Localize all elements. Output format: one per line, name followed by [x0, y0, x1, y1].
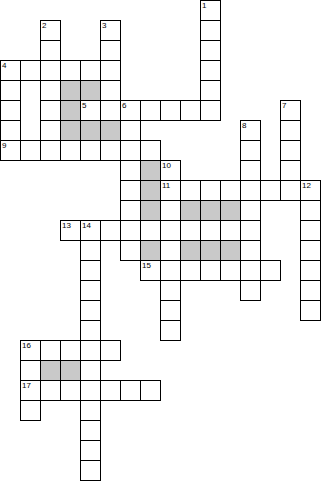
crossword-cell[interactable] [60, 340, 81, 361]
crossword-cell[interactable] [200, 100, 221, 121]
crossword-cell[interactable] [80, 440, 101, 461]
crossword-cell[interactable] [300, 280, 321, 301]
crossword-cell[interactable] [40, 40, 61, 61]
crossword-cell[interactable] [60, 80, 81, 101]
crossword-cell[interactable] [80, 420, 101, 441]
crossword-cell[interactable] [300, 200, 321, 221]
crossword-cell[interactable] [140, 100, 161, 121]
crossword-cell[interactable] [180, 240, 201, 261]
crossword-cell[interactable] [180, 260, 201, 281]
crossword-cell[interactable] [80, 100, 101, 121]
crossword-cell[interactable] [200, 0, 221, 21]
crossword-cell[interactable] [80, 380, 101, 401]
crossword-cell[interactable] [160, 220, 181, 241]
crossword-cell[interactable] [260, 180, 281, 201]
crossword-cell[interactable] [80, 140, 101, 161]
crossword-cell[interactable] [180, 200, 201, 221]
crossword-cell[interactable] [40, 140, 61, 161]
crossword-cell[interactable] [80, 360, 101, 381]
crossword-cell[interactable] [300, 260, 321, 281]
crossword-cell[interactable] [80, 320, 101, 341]
crossword-cell[interactable] [160, 240, 181, 261]
crossword-cell[interactable] [220, 200, 241, 221]
crossword-cell[interactable] [100, 80, 121, 101]
crossword-cell[interactable] [240, 180, 261, 201]
crossword-cell[interactable] [240, 280, 261, 301]
crossword-cell[interactable] [100, 60, 121, 81]
crossword-cell[interactable] [200, 260, 221, 281]
crossword-cell[interactable] [80, 340, 101, 361]
crossword-cell[interactable] [180, 100, 201, 121]
crossword-cell[interactable] [20, 140, 41, 161]
crossword-cell[interactable] [20, 360, 41, 381]
crossword-cell[interactable] [300, 220, 321, 241]
crossword-cell[interactable] [100, 20, 121, 41]
crossword-cell[interactable] [280, 140, 301, 161]
crossword-cell[interactable] [180, 220, 201, 241]
crossword-cell[interactable] [280, 180, 301, 201]
crossword-cell[interactable] [0, 100, 21, 121]
crossword-cell[interactable] [80, 120, 101, 141]
crossword-board: 1234567891011121314151617 [0, 0, 321, 481]
crossword-cell[interactable] [140, 160, 161, 181]
crossword-cell[interactable] [280, 160, 301, 181]
crossword-cell[interactable] [220, 260, 241, 281]
crossword-cell[interactable] [120, 160, 141, 181]
crossword-cell[interactable] [120, 120, 141, 141]
crossword-cell[interactable] [120, 200, 141, 221]
crossword-cell[interactable] [60, 360, 81, 381]
crossword-cell[interactable] [0, 120, 21, 141]
crossword-cell[interactable] [160, 100, 181, 121]
crossword-cell[interactable] [240, 220, 261, 241]
crossword-cell[interactable] [100, 40, 121, 61]
crossword-cell[interactable] [160, 180, 181, 201]
crossword-cell[interactable] [140, 220, 161, 241]
crossword-cell[interactable] [280, 100, 301, 121]
crossword-cell[interactable] [300, 240, 321, 261]
crossword-cell[interactable] [200, 200, 221, 221]
crossword-cell[interactable] [240, 160, 261, 181]
crossword-cell[interactable] [240, 140, 261, 161]
crossword-cell[interactable] [80, 300, 101, 321]
crossword-cell[interactable] [200, 40, 221, 61]
crossword-cell[interactable] [220, 240, 241, 261]
crossword-cell[interactable] [0, 80, 21, 101]
crossword-cell[interactable] [60, 100, 81, 121]
crossword-cell[interactable] [220, 220, 241, 241]
crossword-cell[interactable] [100, 140, 121, 161]
crossword-cell[interactable] [40, 120, 61, 141]
crossword-cell[interactable] [240, 240, 261, 261]
crossword-cell[interactable] [120, 220, 141, 241]
crossword-cell[interactable] [60, 380, 81, 401]
crossword-cell[interactable] [40, 380, 61, 401]
crossword-cell[interactable] [200, 60, 221, 81]
crossword-cell[interactable] [160, 300, 181, 321]
crossword-cell[interactable] [60, 140, 81, 161]
crossword-cell[interactable] [40, 340, 61, 361]
crossword-cell[interactable] [20, 380, 41, 401]
crossword-cell[interactable] [0, 60, 21, 81]
crossword-cell[interactable] [200, 20, 221, 41]
crossword-cell[interactable] [60, 60, 81, 81]
crossword-cell[interactable] [200, 80, 221, 101]
crossword-cell[interactable] [140, 180, 161, 201]
crossword-cell[interactable] [160, 320, 181, 341]
crossword-cell[interactable] [160, 200, 181, 221]
crossword-cell[interactable] [280, 120, 301, 141]
crossword-cell[interactable] [100, 120, 121, 141]
crossword-cell[interactable] [80, 460, 101, 481]
crossword-cell[interactable] [60, 120, 81, 141]
crossword-cell[interactable] [100, 380, 121, 401]
crossword-cell[interactable] [40, 80, 61, 101]
crossword-cell[interactable] [300, 300, 321, 321]
crossword-cell[interactable] [40, 20, 61, 41]
crossword-cell[interactable] [240, 120, 261, 141]
crossword-cell[interactable] [80, 240, 101, 261]
crossword-cell[interactable] [140, 140, 161, 161]
crossword-cell[interactable] [100, 340, 121, 361]
crossword-cell[interactable] [220, 180, 241, 201]
crossword-cell[interactable] [80, 220, 101, 241]
crossword-cell[interactable] [120, 180, 141, 201]
crossword-cell[interactable] [100, 220, 121, 241]
crossword-cell[interactable] [80, 400, 101, 421]
crossword-cell[interactable] [20, 340, 41, 361]
crossword-cell[interactable] [80, 280, 101, 301]
crossword-cell[interactable] [40, 60, 61, 81]
crossword-cell[interactable] [180, 180, 201, 201]
crossword-cell[interactable] [140, 380, 161, 401]
crossword-cell[interactable] [200, 240, 221, 261]
crossword-cell[interactable] [160, 280, 181, 301]
crossword-cell[interactable] [240, 260, 261, 281]
crossword-cell[interactable] [100, 100, 121, 121]
crossword-cell[interactable] [40, 360, 61, 381]
crossword-cell[interactable] [80, 260, 101, 281]
crossword-cell[interactable] [140, 240, 161, 261]
crossword-cell[interactable] [200, 220, 221, 241]
crossword-cell[interactable] [160, 160, 181, 181]
crossword-cell[interactable] [40, 100, 61, 121]
crossword-cell[interactable] [160, 260, 181, 281]
crossword-cell[interactable] [120, 380, 141, 401]
crossword-cell[interactable] [140, 200, 161, 221]
crossword-cell[interactable] [120, 100, 141, 121]
crossword-cell[interactable] [0, 140, 21, 161]
crossword-cell[interactable] [140, 260, 161, 281]
crossword-cell[interactable] [120, 140, 141, 161]
crossword-cell[interactable] [260, 260, 281, 281]
crossword-cell[interactable] [120, 240, 141, 261]
crossword-cell[interactable] [300, 180, 321, 201]
crossword-cell[interactable] [20, 400, 41, 421]
crossword-cell[interactable] [200, 180, 221, 201]
crossword-cell[interactable] [240, 200, 261, 221]
crossword-cell[interactable] [80, 80, 101, 101]
crossword-cell[interactable] [80, 60, 101, 81]
crossword-cell[interactable] [60, 220, 81, 241]
crossword-cell[interactable] [20, 60, 41, 81]
